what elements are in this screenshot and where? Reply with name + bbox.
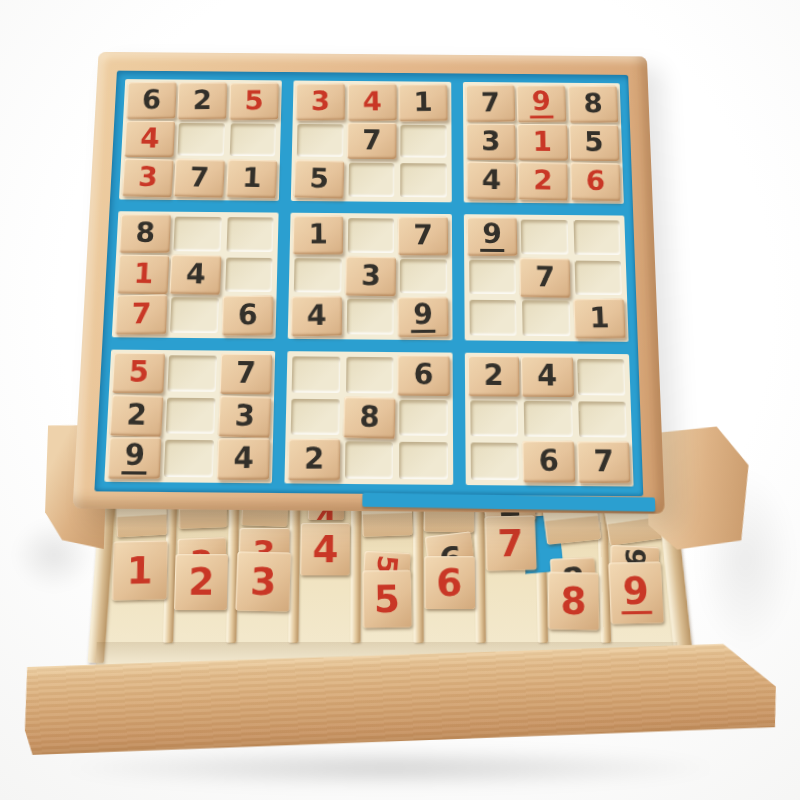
tile-r1c3-5[interactable]: 5	[229, 83, 279, 120]
tile-r9c9-7[interactable]: 7	[577, 442, 631, 483]
drawer-slot-2[interactable]: 22	[173, 486, 229, 669]
cell-r1c9[interactable]: 8	[570, 88, 616, 121]
tile-number: 5	[584, 129, 604, 156]
cell-r5c9[interactable]	[574, 260, 622, 295]
tile-number: 5	[128, 358, 149, 387]
block-2-1: 81476	[112, 211, 279, 339]
block-1-3: 798315426	[463, 82, 624, 204]
tile-r1c9-8[interactable]: 8	[567, 86, 618, 123]
drawer-front-tile-6[interactable]: 6	[424, 556, 475, 609]
tile-number: 6	[436, 564, 462, 602]
tile-r8c1-2[interactable]: 2	[109, 394, 164, 436]
tile-r6c3-6[interactable]: 6	[222, 296, 274, 336]
cell-r4c6[interactable]: 7	[400, 219, 447, 254]
tile-r9c1-9[interactable]: 9	[108, 438, 162, 479]
tile-number: 4	[186, 260, 207, 288]
cell-r2c8[interactable]: 1	[519, 125, 565, 159]
tile-r7c3-7[interactable]: 7	[220, 354, 273, 394]
cell-r8c8[interactable]	[524, 401, 573, 438]
drawer-front-tile-2[interactable]: 2	[174, 554, 228, 610]
cell-r9c1[interactable]: 9	[110, 440, 160, 477]
tile-r8c3-3[interactable]: 3	[218, 395, 272, 437]
tile-r2c9-5[interactable]: 5	[569, 124, 620, 161]
tile-r8c5-8[interactable]: 8	[343, 396, 396, 438]
cell-r8c2[interactable]	[166, 397, 215, 434]
tile-number: 3	[250, 563, 277, 601]
drawer-slot-8[interactable]: 88	[545, 486, 601, 669]
tile-r7c8-4[interactable]: 4	[521, 356, 573, 396]
cell-r6c3[interactable]: 6	[224, 298, 272, 334]
cell-r3c6[interactable]	[400, 163, 446, 197]
cell-r9c2[interactable]	[164, 440, 214, 477]
tile-r3c4-5[interactable]: 5	[294, 160, 345, 199]
sudoku-board-frame: 6254371341757983154268147617349971572394…	[73, 52, 665, 514]
tile-number: 4	[481, 167, 500, 195]
tile-number: 6	[585, 168, 605, 196]
cell-r7c9[interactable]	[577, 359, 626, 395]
tile-number: 2	[483, 361, 503, 390]
drawer-slot-1[interactable]: 1	[110, 486, 168, 669]
drawer-front-tile-9[interactable]: 9	[608, 562, 664, 624]
drawer-slot-3[interactable]: 33	[235, 486, 290, 669]
tile-r1c7-7[interactable]: 7	[465, 85, 515, 122]
tile-number: 7	[535, 263, 555, 291]
tile-number: 5	[374, 580, 401, 618]
cell-r6c9[interactable]: 1	[575, 301, 623, 337]
drawer-front-tile-1[interactable]: 1	[112, 541, 167, 601]
cell-r4c8[interactable]	[521, 220, 568, 255]
cell-r1c5[interactable]: 4	[349, 86, 395, 119]
tile-number: 4	[537, 362, 558, 391]
tile-number: 2	[126, 400, 148, 430]
cell-r8c6[interactable]	[399, 399, 447, 436]
cell-r7c4[interactable]	[292, 356, 340, 392]
cell-r7c6[interactable]: 6	[400, 357, 448, 393]
cell-r6c6[interactable]: 9	[400, 300, 447, 336]
tile-r6c6-9[interactable]: 9	[398, 297, 450, 337]
cell-r9c5[interactable]	[345, 442, 394, 479]
tile-number: 9	[530, 88, 554, 118]
cell-r5c4[interactable]	[294, 258, 341, 293]
block-1-2: 34175	[291, 81, 451, 203]
drawer-front-tile-3[interactable]: 3	[236, 552, 292, 612]
cell-r8c1[interactable]: 2	[112, 397, 162, 434]
cell-r3c1[interactable]: 3	[124, 161, 172, 195]
tile-number: 4	[312, 530, 338, 567]
block-3-1: 572394	[104, 350, 275, 484]
cell-r4c1[interactable]: 8	[121, 216, 169, 251]
tile-r7c7-2[interactable]: 2	[468, 356, 520, 396]
cell-r8c4[interactable]	[291, 398, 339, 435]
cell-r5c2[interactable]: 4	[172, 257, 220, 292]
tile-number: 2	[533, 168, 552, 196]
tile-r1c4-3[interactable]: 3	[296, 83, 345, 120]
cell-r5c1[interactable]: 1	[119, 256, 167, 291]
cell-r9c3[interactable]: 4	[219, 441, 268, 478]
cell-r9c6[interactable]	[399, 442, 447, 479]
cell-r1c6[interactable]: 1	[401, 86, 447, 119]
cell-r3c7[interactable]: 4	[468, 164, 514, 198]
drawer-front-tile-4[interactable]: 4	[301, 523, 351, 575]
tile-r2c8-1[interactable]: 1	[517, 124, 567, 161]
cell-r4c4[interactable]: 1	[295, 218, 342, 253]
tile-r3c8-2[interactable]: 2	[518, 162, 568, 201]
cell-r6c2[interactable]	[170, 298, 218, 334]
tile-number: 7	[480, 90, 500, 117]
tile-number: 8	[561, 582, 587, 620]
tile-number: 4	[233, 444, 254, 474]
tile-number: 3	[311, 88, 330, 115]
tile-number: 3	[361, 262, 381, 290]
tile-number: 7	[131, 301, 152, 330]
block-3-3: 2467	[464, 353, 633, 487]
shadow-under-drawer	[55, 748, 725, 788]
tile-number: 3	[481, 128, 500, 155]
tile-r5c8-7[interactable]: 7	[520, 258, 571, 298]
tile-number: 9	[620, 572, 652, 614]
tile-r4c4-1[interactable]: 1	[293, 216, 344, 254]
cell-r3c5[interactable]	[348, 163, 394, 197]
tile-r6c4-4[interactable]: 4	[291, 297, 342, 337]
tile-drawer[interactable]: 12233445566778899	[96, 486, 679, 669]
cell-r7c7[interactable]: 2	[470, 358, 518, 394]
cell-r8c7[interactable]	[470, 400, 518, 437]
block-3-2: 682	[285, 351, 453, 485]
cell-r8c9[interactable]	[578, 401, 627, 438]
cell-r9c9[interactable]: 7	[579, 444, 628, 481]
drawer-slot-5[interactable]: 55	[361, 486, 413, 669]
tile-number: 8	[583, 91, 603, 118]
tile-number: 4	[140, 125, 160, 152]
cell-r2c4[interactable]	[297, 124, 343, 158]
tile-r9c3-4[interactable]: 4	[217, 439, 270, 480]
block-1-1: 6254371	[119, 79, 282, 201]
cell-r7c8[interactable]: 4	[523, 358, 571, 394]
cell-r2c5[interactable]: 7	[349, 124, 395, 158]
cell-r2c9[interactable]: 5	[571, 126, 618, 160]
tile-number: 2	[188, 563, 215, 601]
tile-number: 1	[309, 221, 329, 249]
cell-r4c9[interactable]	[573, 220, 620, 255]
board-perspective-wrap: 6254371341757983154268147617349971572394…	[88, 46, 654, 502]
tile-r5c5-3[interactable]: 3	[345, 256, 396, 296]
drawer-front-tile-7[interactable]: 7	[485, 516, 537, 571]
cell-r6c1[interactable]: 7	[117, 297, 166, 333]
tile-number: 2	[193, 87, 213, 114]
tile-number: 6	[142, 87, 162, 114]
tile-r4c7-9[interactable]: 9	[466, 217, 517, 255]
tile-r2c7-3[interactable]: 3	[466, 123, 516, 160]
tile-r7c6-6[interactable]: 6	[398, 355, 450, 395]
tile-number: 1	[242, 165, 263, 193]
sudoku-grid: 6254371341757983154268147617349971572394…	[104, 79, 633, 486]
cell-r7c5[interactable]	[346, 357, 394, 393]
tile-number: 9	[480, 221, 504, 253]
tile-r6c9-1[interactable]: 1	[573, 299, 626, 339]
cell-r6c5[interactable]	[347, 299, 394, 335]
tile-number: 3	[137, 164, 158, 192]
cell-r4c5[interactable]	[348, 218, 395, 253]
tile-number: 7	[362, 127, 381, 154]
cell-r1c4[interactable]: 3	[298, 85, 344, 118]
tile-r6c1-7[interactable]: 7	[115, 295, 167, 335]
cell-r3c8[interactable]: 2	[520, 164, 567, 198]
cell-r9c4[interactable]: 2	[290, 441, 339, 478]
tile-r4c1-8[interactable]: 8	[119, 214, 171, 252]
cell-r5c5[interactable]: 3	[347, 258, 394, 293]
cell-r2c7[interactable]: 3	[468, 125, 514, 159]
cell-r3c2[interactable]: 7	[176, 162, 223, 196]
tile-number: 7	[414, 222, 434, 250]
cell-r3c9[interactable]: 6	[572, 165, 619, 199]
cell-r3c3[interactable]: 1	[228, 162, 275, 196]
tile-number: 2	[304, 445, 324, 475]
drawer-front-tile-5[interactable]: 5	[363, 570, 413, 628]
tile-r3c1-3[interactable]: 3	[122, 159, 174, 198]
cell-r5c7[interactable]	[469, 259, 516, 294]
tile-number: 3	[234, 401, 255, 431]
drawer-slot-7[interactable]: 77	[484, 486, 539, 669]
block-2-2: 17349	[288, 213, 452, 341]
cell-r1c8[interactable]: 9	[519, 87, 565, 120]
cell-r7c1[interactable]: 5	[114, 355, 163, 391]
tile-number: 6	[413, 361, 433, 390]
cell-r1c2[interactable]: 2	[180, 84, 227, 117]
tile-r2c1-4[interactable]: 4	[124, 120, 175, 157]
cell-r7c2[interactable]	[168, 355, 217, 391]
tile-number: 4	[363, 89, 382, 116]
tile-r3c7-4[interactable]: 4	[466, 162, 516, 201]
drawer-divider-rail	[351, 490, 362, 643]
tile-r9c8-6[interactable]: 6	[522, 441, 576, 482]
tile-r1c8-9[interactable]: 9	[516, 85, 567, 122]
block-2-3: 971	[463, 214, 628, 342]
cell-r3c4[interactable]: 5	[296, 163, 343, 197]
cell-r2c3[interactable]	[230, 123, 277, 157]
cell-r4c2[interactable]	[174, 217, 222, 252]
tile-r3c3-1[interactable]: 1	[226, 160, 278, 199]
tile-number: 6	[238, 301, 258, 330]
cell-r6c7[interactable]	[469, 300, 516, 336]
cell-r6c4[interactable]: 4	[293, 299, 341, 335]
drawer-front-tile-8[interactable]: 8	[548, 572, 599, 630]
cell-r5c6[interactable]	[400, 259, 447, 294]
drawer-slot-4[interactable]: 44	[298, 486, 351, 669]
cell-r1c3[interactable]: 5	[231, 85, 277, 118]
board-blue-surface: 6254371341757983154268147617349971572394…	[94, 71, 643, 497]
tile-r5c1-1[interactable]: 1	[117, 254, 170, 294]
drawer-divider-rail	[413, 490, 424, 643]
tile-r9c4-2[interactable]: 2	[288, 439, 341, 480]
tile-number: 5	[309, 166, 329, 194]
tile-number: 1	[414, 89, 434, 116]
tile-number: 7	[189, 165, 210, 193]
drawer-slots: 12233445566778899	[110, 486, 664, 669]
drawer-back-tile-3[interactable]: 3	[239, 528, 290, 554]
cell-r6c8[interactable]	[522, 301, 570, 337]
tile-number: 7	[236, 359, 257, 388]
tile-number: 9	[411, 301, 435, 334]
tile-r4c6-7[interactable]: 7	[398, 217, 449, 255]
cell-r4c7[interactable]: 9	[469, 219, 516, 254]
cell-r7c3[interactable]: 7	[222, 356, 271, 392]
tile-r1c1-6[interactable]: 6	[126, 82, 176, 119]
cell-r8c3[interactable]: 3	[220, 398, 269, 435]
cell-r2c1[interactable]: 4	[126, 122, 173, 156]
tile-r3c2-7[interactable]: 7	[174, 159, 226, 198]
tile-number: 1	[589, 305, 610, 334]
cell-r5c8[interactable]: 7	[521, 260, 568, 295]
cell-r9c8[interactable]: 6	[525, 443, 574, 480]
tile-r5c2-4[interactable]: 4	[170, 255, 223, 295]
tile-number: 4	[307, 302, 327, 331]
tile-number: 1	[133, 260, 154, 288]
drawer-slot-6[interactable]: 66	[423, 486, 476, 669]
cell-r2c2[interactable]	[178, 123, 225, 157]
tile-number: 5	[244, 88, 263, 115]
cell-r4c3[interactable]	[226, 217, 273, 252]
tile-r1c5-4[interactable]: 4	[347, 84, 397, 121]
tile-number: 8	[359, 402, 380, 432]
cell-r2c6[interactable]	[401, 124, 447, 158]
cell-r1c7[interactable]: 7	[467, 87, 513, 120]
tile-number: 8	[135, 220, 156, 248]
tile-r1c2-2[interactable]: 2	[178, 82, 228, 119]
cell-r9c7[interactable]	[470, 443, 519, 480]
tile-number: 1	[532, 129, 552, 156]
cell-r8c5[interactable]: 8	[345, 399, 393, 436]
tile-r3c9-6[interactable]: 6	[570, 163, 620, 202]
tile-number: 7	[497, 524, 524, 562]
tile-number: 1	[126, 551, 153, 589]
tile-r7c1-5[interactable]: 5	[112, 353, 165, 393]
product-photo-scene: 12233445566778899 6254371341757983154268…	[0, 0, 800, 800]
tile-number: 6	[538, 447, 559, 477]
cell-r1c1[interactable]: 6	[128, 84, 175, 117]
tile-number: 7	[593, 447, 614, 477]
tile-number: 9	[122, 441, 148, 475]
cell-r5c3[interactable]	[225, 257, 273, 292]
tile-r2c5-7[interactable]: 7	[347, 122, 397, 159]
tile-r1c6-1[interactable]: 1	[399, 84, 449, 121]
